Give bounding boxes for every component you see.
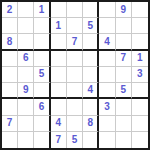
sudoku-cell-empty[interactable] [99,132,115,148]
sudoku-cell-empty[interactable] [83,99,99,115]
sudoku-cell-empty[interactable] [18,67,34,83]
sudoku-cell-empty[interactable] [18,132,34,148]
sudoku-cell-empty[interactable] [2,83,18,99]
sudoku-cell-given[interactable]: 3 [99,99,115,115]
sudoku-cell-empty[interactable] [99,18,115,34]
sudoku-cell-empty[interactable] [2,99,18,115]
sudoku-cell-empty[interactable] [67,99,83,115]
sudoku-cell-empty[interactable] [99,67,115,83]
sudoku-cell-empty[interactable] [18,34,34,50]
sudoku-cell-given[interactable]: 7 [51,132,67,148]
sudoku-cell-empty[interactable] [2,132,18,148]
sudoku-cell-empty[interactable] [116,132,132,148]
sudoku-cell-given[interactable]: 7 [67,34,83,50]
sudoku-cell-empty[interactable] [132,132,148,148]
sudoku-cell-given[interactable]: 3 [132,67,148,83]
sudoku-cell-empty[interactable] [67,67,83,83]
sudoku-cell-empty[interactable] [67,2,83,18]
sudoku-cell-empty[interactable] [67,18,83,34]
sudoku-cell-given[interactable]: 1 [34,2,50,18]
sudoku-cell-empty[interactable] [99,51,115,67]
sudoku-cell-given[interactable]: 9 [18,83,34,99]
sudoku-cell-given[interactable]: 5 [83,18,99,34]
sudoku-cell-empty[interactable] [116,116,132,132]
sudoku-cell-given[interactable]: 2 [2,2,18,18]
sudoku-cell-empty[interactable] [18,2,34,18]
sudoku-cell-given[interactable]: 7 [116,51,132,67]
sudoku-cell-empty[interactable] [83,67,99,83]
sudoku-cell-empty[interactable] [116,34,132,50]
sudoku-cell-empty[interactable] [116,67,132,83]
sudoku-cell-given[interactable]: 4 [51,116,67,132]
sudoku-cell-empty[interactable] [51,99,67,115]
sudoku-cell-empty[interactable] [51,83,67,99]
sudoku-cell-given[interactable]: 5 [116,83,132,99]
sudoku-cell-given[interactable]: 5 [34,67,50,83]
sudoku-cell-empty[interactable] [132,99,148,115]
sudoku-cell-empty[interactable] [67,83,83,99]
sudoku-cell-empty[interactable] [99,83,115,99]
sudoku-cell-empty[interactable] [34,116,50,132]
sudoku-cell-empty[interactable] [132,116,148,132]
sudoku-cell-empty[interactable] [83,51,99,67]
sudoku-cell-empty[interactable] [51,34,67,50]
sudoku-cell-given[interactable]: 4 [99,34,115,50]
sudoku-cell-empty[interactable] [99,2,115,18]
sudoku-cell-empty[interactable] [34,83,50,99]
sudoku-cell-empty[interactable] [116,99,132,115]
sudoku-cell-empty[interactable] [132,18,148,34]
sudoku-cell-empty[interactable] [34,34,50,50]
sudoku-cell-empty[interactable] [34,18,50,34]
sudoku-cell-empty[interactable] [34,132,50,148]
sudoku-cell-empty[interactable] [67,51,83,67]
sudoku-board: 21915874671539456374875 [0,0,150,150]
sudoku-cell-given[interactable]: 9 [116,2,132,18]
sudoku-cell-empty[interactable] [2,51,18,67]
sudoku-cell-empty[interactable] [18,99,34,115]
sudoku-cell-given[interactable]: 6 [34,99,50,115]
sudoku-cell-empty[interactable] [51,51,67,67]
sudoku-cell-given[interactable]: 5 [67,132,83,148]
sudoku-cell-empty[interactable] [51,2,67,18]
sudoku-cell-given[interactable]: 8 [83,116,99,132]
sudoku-cell-empty[interactable] [83,132,99,148]
sudoku-cell-empty[interactable] [132,34,148,50]
sudoku-cell-empty[interactable] [2,67,18,83]
sudoku-cell-empty[interactable] [99,116,115,132]
sudoku-cell-empty[interactable] [18,116,34,132]
sudoku-cell-empty[interactable] [2,18,18,34]
sudoku-cell-empty[interactable] [51,67,67,83]
sudoku-cell-empty[interactable] [18,18,34,34]
sudoku-cell-empty[interactable] [132,2,148,18]
sudoku-cell-given[interactable]: 6 [18,51,34,67]
sudoku-cell-empty[interactable] [83,2,99,18]
sudoku-cell-given[interactable]: 1 [132,51,148,67]
sudoku-cell-empty[interactable] [132,83,148,99]
sudoku-cell-given[interactable]: 4 [83,83,99,99]
sudoku-cell-empty[interactable] [34,51,50,67]
sudoku-cell-empty[interactable] [83,34,99,50]
sudoku-cell-given[interactable]: 8 [2,34,18,50]
sudoku-cell-empty[interactable] [116,18,132,34]
sudoku-cell-empty[interactable] [67,116,83,132]
sudoku-cell-given[interactable]: 7 [2,116,18,132]
sudoku-cell-given[interactable]: 1 [51,18,67,34]
